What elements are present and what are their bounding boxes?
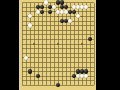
grid-line-horizontal	[22, 80, 94, 81]
white-stone	[52, 5, 56, 9]
black-stone	[40, 10, 44, 14]
go-board[interactable]	[19, 0, 96, 90]
star-point	[57, 43, 59, 45]
white-stone	[84, 74, 88, 78]
black-stone	[36, 74, 40, 78]
grid-line-horizontal	[22, 53, 94, 54]
black-stone	[64, 5, 68, 9]
black-stone	[72, 10, 76, 14]
black-stone	[40, 5, 44, 9]
star-point	[81, 16, 83, 18]
white-stone	[84, 5, 88, 9]
star-point	[81, 43, 83, 45]
grid-line-horizontal	[22, 21, 94, 22]
black-stone	[56, 83, 60, 87]
white-stone	[28, 23, 32, 27]
grid-line-horizontal	[22, 34, 94, 35]
black-stone	[48, 10, 52, 14]
white-stone	[28, 14, 32, 18]
star-point	[33, 16, 35, 18]
white-stone	[24, 56, 28, 60]
grid-line-horizontal	[22, 25, 94, 26]
black-stone	[88, 37, 92, 41]
grid-line-horizontal	[22, 62, 94, 63]
grid-line-horizontal	[22, 67, 94, 68]
white-stone	[68, 19, 72, 23]
star-point	[57, 16, 59, 18]
white-stone	[76, 14, 80, 18]
white-stone	[44, 0, 48, 4]
grid-line-horizontal	[22, 39, 94, 40]
grid-line-horizontal	[22, 48, 94, 49]
grid-line-horizontal	[22, 57, 94, 58]
go-game-frame	[0, 0, 120, 90]
star-point	[33, 43, 35, 45]
grid-line-horizontal	[22, 30, 94, 31]
black-stone	[28, 69, 32, 73]
